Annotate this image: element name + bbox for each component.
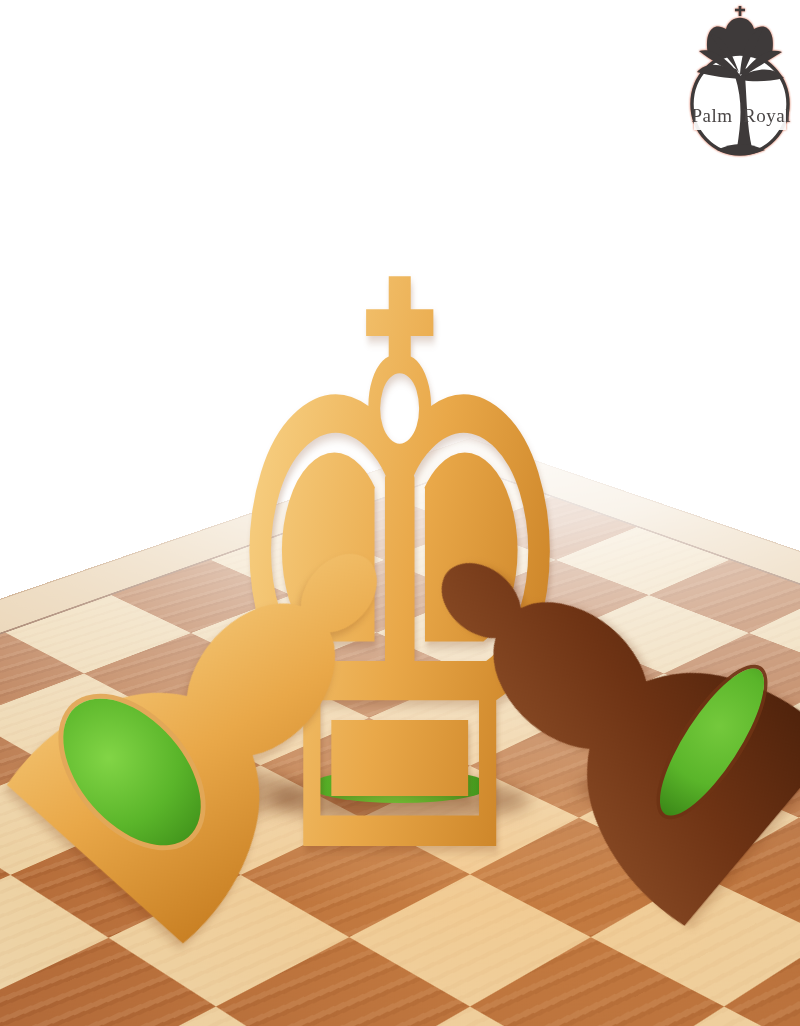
logo-word-left: Palm (691, 105, 732, 126)
chessboard-scene (0, 0, 800, 1026)
logo-word-right: Royal (743, 105, 791, 126)
product-photo: ♚ ♟ ♟ Palm Royal (0, 0, 800, 1026)
crown-icon (707, 6, 773, 60)
king-felt-base (310, 769, 490, 803)
palm-royal-logo: Palm Royal (683, 4, 795, 156)
